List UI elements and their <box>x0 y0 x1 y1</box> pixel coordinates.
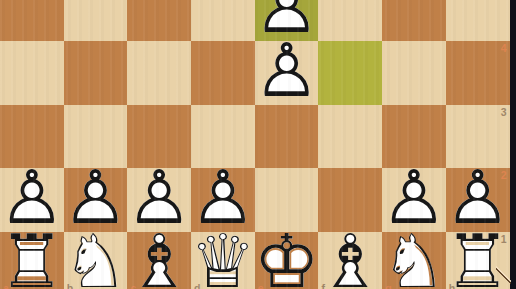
square-d5[interactable] <box>191 0 255 41</box>
white-queen-d1[interactable]: ♛♕ <box>191 232 255 289</box>
square-e3[interactable] <box>255 105 319 169</box>
piece-glyph-outline: ♔ <box>255 229 319 289</box>
square-f1[interactable]: ♝♗f <box>318 232 382 289</box>
board-frame-strip <box>510 0 516 289</box>
piece-glyph-outline: ♗ <box>127 229 191 289</box>
piece-glyph-outline: ♙ <box>255 38 319 102</box>
square-f5[interactable] <box>318 0 382 41</box>
square-b4[interactable] <box>64 41 128 105</box>
piece-glyph-outline: ♘ <box>382 229 446 289</box>
square-d4[interactable] <box>191 41 255 105</box>
piece-glyph-outline: ♘ <box>64 229 128 289</box>
square-g4[interactable] <box>382 41 446 105</box>
square-c5[interactable] <box>127 0 191 41</box>
piece-glyph-outline: ♕ <box>191 229 255 289</box>
board-resize-grip-icon[interactable] <box>496 265 511 285</box>
white-knight-b1[interactable]: ♞♘ <box>64 232 128 289</box>
square-g1[interactable]: ♞♘g <box>382 232 446 289</box>
rank-label-4: 4 <box>501 42 507 54</box>
white-knight-g1[interactable]: ♞♘ <box>382 232 446 289</box>
white-bishop-f1[interactable]: ♝♗ <box>318 232 382 289</box>
square-f4[interactable] <box>318 41 382 105</box>
piece-glyph-outline: ♖ <box>0 229 64 289</box>
square-a4[interactable] <box>0 41 64 105</box>
chess-board-screenshot: ♟♙5♟♙43♟♙♟♙♟♙♟♙♟♙♟♙2♜♖a♞♘b♝♗c♛♕d♚♔e♝♗f♞♘… <box>0 0 516 289</box>
square-h5[interactable]: 5 <box>446 0 510 41</box>
square-d1[interactable]: ♛♕d <box>191 232 255 289</box>
white-rook-a1[interactable]: ♜♖ <box>0 232 64 289</box>
square-e1[interactable]: ♚♔e <box>255 232 319 289</box>
square-h4[interactable]: 4 <box>446 41 510 105</box>
piece-glyph-outline: ♗ <box>318 229 382 289</box>
square-c4[interactable] <box>127 41 191 105</box>
square-b1[interactable]: ♞♘b <box>64 232 128 289</box>
square-b5[interactable] <box>64 0 128 41</box>
square-f3[interactable] <box>318 105 382 169</box>
square-a5[interactable] <box>0 0 64 41</box>
square-g5[interactable] <box>382 0 446 41</box>
board: ♟♙5♟♙43♟♙♟♙♟♙♟♙♟♙♟♙2♜♖a♞♘b♝♗c♛♕d♚♔e♝♗f♞♘… <box>0 0 510 289</box>
white-pawn-e4[interactable]: ♟♙ <box>255 41 319 105</box>
square-e4[interactable]: ♟♙ <box>255 41 319 105</box>
white-bishop-c1[interactable]: ♝♗ <box>127 232 191 289</box>
square-c1[interactable]: ♝♗c <box>127 232 191 289</box>
rank-label-3: 3 <box>501 106 507 118</box>
white-king-e1[interactable]: ♚♔ <box>255 232 319 289</box>
square-a1[interactable]: ♜♖a <box>0 232 64 289</box>
